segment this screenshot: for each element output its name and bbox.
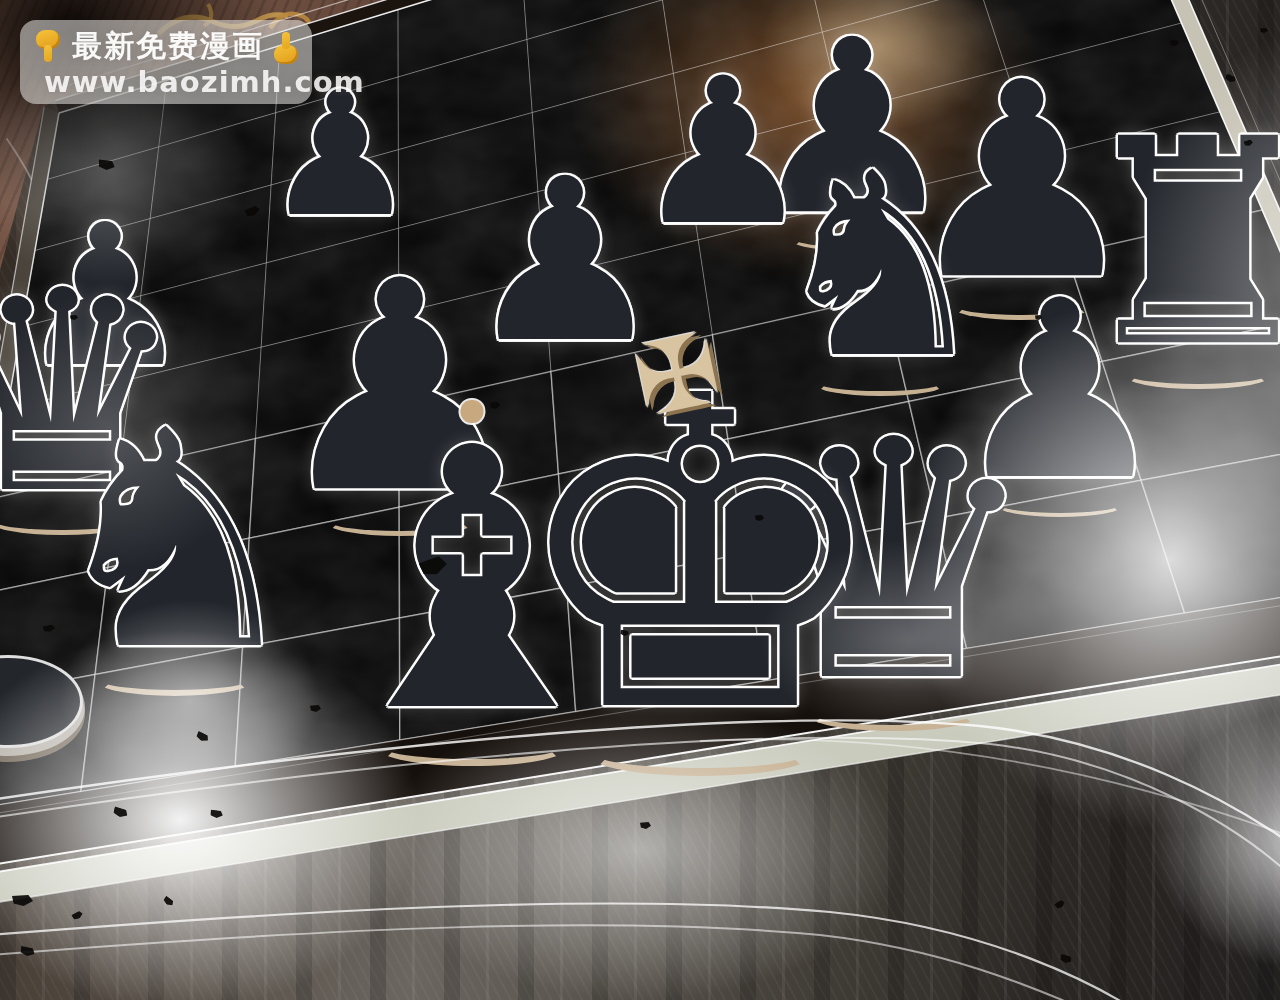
watermark-url: www.baozimh.com (44, 65, 302, 99)
watermark-title: 最新免费漫画 (72, 26, 264, 67)
base-ring (378, 730, 565, 766)
piece-glyph: ♞ (41, 367, 310, 716)
pointing-hand-down-icon (34, 28, 64, 66)
base-ring (97, 666, 253, 696)
pointing-hand-up-icon (272, 28, 302, 66)
piece-black-bishop-d1[interactable]: ♝ (311, 402, 634, 762)
piece-black-knight-b2[interactable]: ♞ (41, 392, 310, 692)
pieces-layer: ♟♟♟♟♜♟♞♟♟♟♛♞♛♚✠♝ (0, 0, 1280, 1000)
manga-chess-panel: ♟♟♟♟♜♟♞♟♟♟♛♞♛♚✠♝ 最新免费漫画 www.baozimh.com (0, 0, 1280, 1000)
watermark: 最新免费漫画 www.baozimh.com (20, 20, 312, 104)
piece-glyph: ♝ (311, 372, 634, 791)
